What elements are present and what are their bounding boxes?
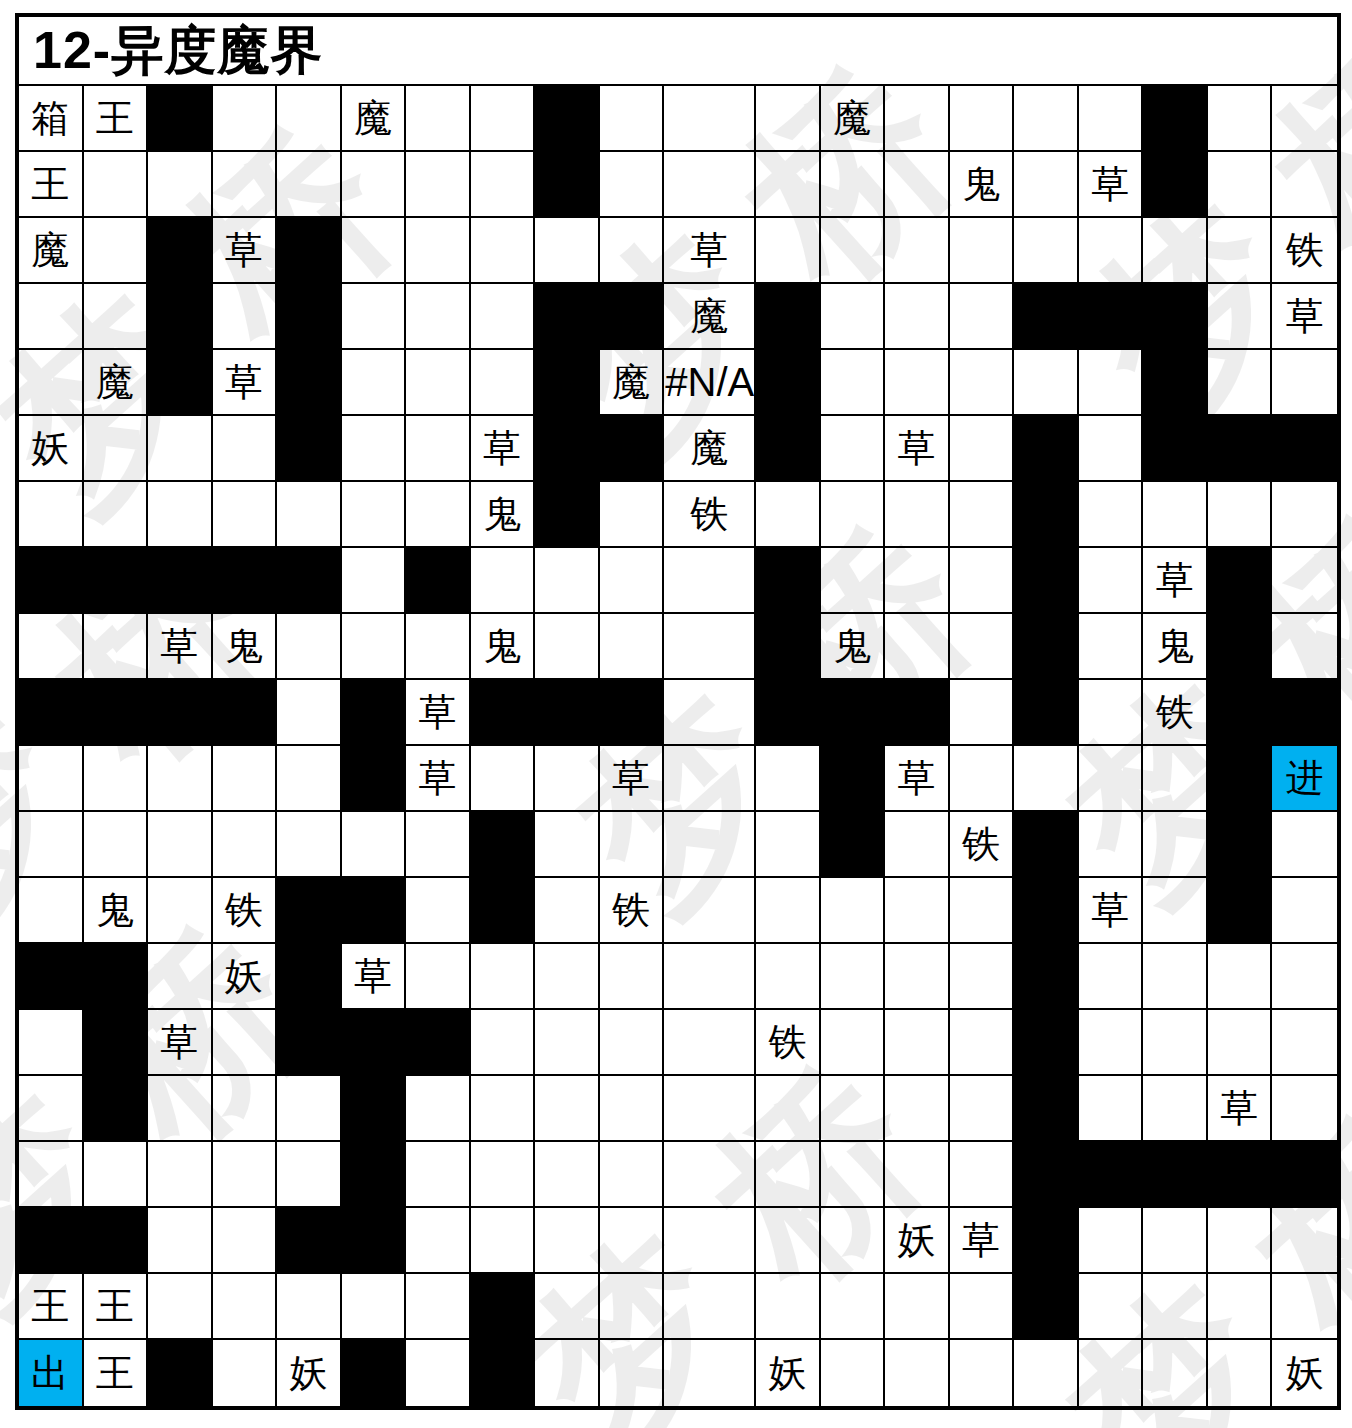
empty-cell <box>535 1010 600 1076</box>
wall-cell <box>277 1010 342 1076</box>
empty-cell <box>406 1076 471 1142</box>
wall-cell <box>342 1340 407 1406</box>
wall-cell <box>1014 548 1079 614</box>
empty-cell <box>664 1340 756 1406</box>
empty-cell <box>1143 944 1208 1010</box>
wall-cell <box>471 1274 536 1340</box>
wall-cell <box>756 614 821 680</box>
wall-cell <box>1208 416 1273 482</box>
label-cell: 铁 <box>756 1010 821 1076</box>
wall-cell <box>1208 614 1273 680</box>
empty-cell <box>821 1340 886 1406</box>
empty-cell <box>664 944 756 1010</box>
label-cell: 王 <box>84 1340 149 1406</box>
wall-cell <box>148 1340 213 1406</box>
empty-cell <box>600 482 665 548</box>
empty-cell <box>600 944 665 1010</box>
empty-cell <box>213 1208 278 1274</box>
empty-cell <box>406 284 471 350</box>
empty-cell <box>885 878 950 944</box>
entrance-cell: 进 <box>1272 746 1337 812</box>
empty-cell <box>885 1010 950 1076</box>
wall-cell <box>277 1208 342 1274</box>
empty-cell <box>471 218 536 284</box>
label-cell: 草 <box>600 746 665 812</box>
empty-cell <box>1208 152 1273 218</box>
label-cell: 草 <box>1143 548 1208 614</box>
empty-cell <box>950 944 1015 1010</box>
empty-cell <box>821 482 886 548</box>
label-cell: 王 <box>19 1274 84 1340</box>
wall-cell <box>19 680 84 746</box>
label-cell: 草 <box>213 218 278 284</box>
empty-cell <box>148 1076 213 1142</box>
empty-cell <box>19 1076 84 1142</box>
empty-cell <box>950 614 1015 680</box>
wall-cell <box>1143 350 1208 416</box>
empty-cell <box>600 1340 665 1406</box>
wall-cell <box>342 1010 407 1076</box>
empty-cell <box>19 614 84 680</box>
wall-cell <box>600 680 665 746</box>
empty-cell <box>1079 1076 1144 1142</box>
empty-cell <box>885 482 950 548</box>
empty-cell <box>19 284 84 350</box>
wall-cell <box>84 1010 149 1076</box>
empty-cell <box>821 1076 886 1142</box>
empty-cell <box>535 812 600 878</box>
empty-cell <box>213 1340 278 1406</box>
empty-cell <box>406 878 471 944</box>
empty-cell <box>1272 1208 1337 1274</box>
empty-cell <box>664 548 756 614</box>
empty-cell <box>213 416 278 482</box>
empty-cell <box>84 218 149 284</box>
label-cell: 草 <box>148 614 213 680</box>
empty-cell <box>1014 218 1079 284</box>
empty-cell <box>277 746 342 812</box>
wall-cell <box>1143 284 1208 350</box>
label-cell: 草 <box>213 350 278 416</box>
label-cell: 草 <box>950 1208 1015 1274</box>
empty-cell <box>885 218 950 284</box>
empty-cell <box>950 1076 1015 1142</box>
empty-cell <box>664 812 756 878</box>
empty-cell <box>1143 878 1208 944</box>
empty-cell <box>406 86 471 152</box>
empty-cell <box>885 350 950 416</box>
empty-cell <box>664 614 756 680</box>
wall-cell <box>535 86 600 152</box>
empty-cell <box>277 812 342 878</box>
label-cell: 箱 <box>19 86 84 152</box>
wall-cell <box>821 812 886 878</box>
empty-cell <box>406 812 471 878</box>
wall-cell <box>821 680 886 746</box>
empty-cell <box>535 1208 600 1274</box>
empty-cell <box>213 152 278 218</box>
wall-cell <box>1143 86 1208 152</box>
wall-cell <box>535 416 600 482</box>
label-cell: 铁 <box>1272 218 1337 284</box>
wall-cell <box>1014 944 1079 1010</box>
empty-cell <box>1272 1076 1337 1142</box>
empty-cell <box>535 746 600 812</box>
empty-cell <box>885 152 950 218</box>
wall-cell <box>756 350 821 416</box>
empty-cell <box>1143 812 1208 878</box>
level-grid: 箱王魔魔王鬼草魔草草铁魔草魔草魔#N/A妖草魔草鬼铁草草鬼鬼鬼鬼草铁草草草进铁鬼… <box>19 86 1337 1406</box>
wall-cell <box>84 1208 149 1274</box>
empty-cell <box>885 944 950 1010</box>
label-cell: 铁 <box>213 878 278 944</box>
label-cell: 妖 <box>885 1208 950 1274</box>
wall-cell <box>1143 1142 1208 1208</box>
empty-cell <box>535 1274 600 1340</box>
wall-cell <box>600 284 665 350</box>
empty-cell <box>600 812 665 878</box>
empty-cell <box>148 1208 213 1274</box>
wall-cell <box>19 944 84 1010</box>
empty-cell <box>471 746 536 812</box>
wall-cell <box>1014 1076 1079 1142</box>
wall-cell <box>148 218 213 284</box>
wall-cell <box>1272 1142 1337 1208</box>
wall-cell <box>277 416 342 482</box>
error-value-cell: #N/A <box>664 350 756 416</box>
empty-cell <box>1143 1010 1208 1076</box>
empty-cell <box>535 1076 600 1142</box>
empty-cell <box>277 614 342 680</box>
empty-cell <box>19 1010 84 1076</box>
wall-cell <box>600 416 665 482</box>
empty-cell <box>213 1010 278 1076</box>
empty-cell <box>1208 1010 1273 1076</box>
empty-cell <box>277 1274 342 1340</box>
empty-cell <box>213 746 278 812</box>
empty-cell <box>19 878 84 944</box>
empty-cell <box>664 680 756 746</box>
empty-cell <box>1272 482 1337 548</box>
empty-cell <box>821 1010 886 1076</box>
label-cell: 妖 <box>1272 1340 1337 1406</box>
label-cell: 草 <box>406 680 471 746</box>
empty-cell <box>277 1076 342 1142</box>
empty-cell <box>756 1076 821 1142</box>
wall-cell <box>1014 812 1079 878</box>
empty-cell <box>821 416 886 482</box>
empty-cell <box>342 416 407 482</box>
wall-cell <box>1143 152 1208 218</box>
wall-cell <box>342 1076 407 1142</box>
empty-cell <box>213 86 278 152</box>
label-cell: 魔 <box>821 86 886 152</box>
wall-cell <box>342 1142 407 1208</box>
empty-cell <box>84 416 149 482</box>
empty-cell <box>84 812 149 878</box>
wall-cell <box>1014 284 1079 350</box>
wall-cell <box>277 218 342 284</box>
empty-cell <box>1208 218 1273 284</box>
empty-cell <box>535 1142 600 1208</box>
empty-cell <box>535 878 600 944</box>
empty-cell <box>885 1076 950 1142</box>
wall-cell <box>1208 878 1273 944</box>
empty-cell <box>1272 548 1337 614</box>
empty-cell <box>406 350 471 416</box>
empty-cell <box>1014 746 1079 812</box>
empty-cell <box>1079 482 1144 548</box>
empty-cell <box>756 482 821 548</box>
wall-cell <box>1014 878 1079 944</box>
empty-cell <box>600 1076 665 1142</box>
wall-cell <box>756 284 821 350</box>
empty-cell <box>1272 944 1337 1010</box>
empty-cell <box>756 1274 821 1340</box>
empty-cell <box>950 1010 1015 1076</box>
empty-cell <box>213 482 278 548</box>
empty-cell <box>664 1010 756 1076</box>
empty-cell <box>885 86 950 152</box>
empty-cell <box>821 218 886 284</box>
wall-cell <box>1014 1274 1079 1340</box>
wall-cell <box>84 944 149 1010</box>
label-cell: 鬼 <box>821 614 886 680</box>
empty-cell <box>1143 482 1208 548</box>
empty-cell <box>821 548 886 614</box>
screenshot-stage: 12-异度魔界 箱王魔魔王鬼草魔草草铁魔草魔草魔#N/A妖草魔草鬼铁草草鬼鬼鬼鬼… <box>0 0 1352 1428</box>
label-cell: 草 <box>1272 284 1337 350</box>
label-cell: 魔 <box>342 86 407 152</box>
empty-cell <box>471 944 536 1010</box>
empty-cell <box>1143 1208 1208 1274</box>
empty-cell <box>1079 1274 1144 1340</box>
empty-cell <box>1143 1340 1208 1406</box>
wall-cell <box>1208 1142 1273 1208</box>
empty-cell <box>535 218 600 284</box>
empty-cell <box>950 86 1015 152</box>
empty-cell <box>471 1208 536 1274</box>
empty-cell <box>471 548 536 614</box>
empty-cell <box>664 1142 756 1208</box>
label-cell: 草 <box>1079 878 1144 944</box>
empty-cell <box>1014 86 1079 152</box>
label-cell: 铁 <box>950 812 1015 878</box>
label-cell: 铁 <box>1143 680 1208 746</box>
empty-cell <box>535 1340 600 1406</box>
empty-cell <box>1272 1010 1337 1076</box>
wall-cell <box>1014 482 1079 548</box>
empty-cell <box>213 812 278 878</box>
empty-cell <box>342 218 407 284</box>
empty-cell <box>950 1340 1015 1406</box>
empty-cell <box>950 218 1015 284</box>
empty-cell <box>664 1208 756 1274</box>
wall-cell <box>342 680 407 746</box>
empty-cell <box>213 1076 278 1142</box>
empty-cell <box>19 1142 84 1208</box>
label-cell: 草 <box>342 944 407 1010</box>
empty-cell <box>406 218 471 284</box>
empty-cell <box>885 1274 950 1340</box>
empty-cell <box>342 548 407 614</box>
wall-cell <box>535 152 600 218</box>
wall-cell <box>535 482 600 548</box>
empty-cell <box>19 482 84 548</box>
empty-cell <box>406 1340 471 1406</box>
empty-cell <box>821 878 886 944</box>
empty-cell <box>406 614 471 680</box>
wall-cell <box>277 350 342 416</box>
wall-cell <box>277 284 342 350</box>
empty-cell <box>950 350 1015 416</box>
empty-cell <box>1208 1208 1273 1274</box>
wall-cell <box>19 1208 84 1274</box>
empty-cell <box>1272 1274 1337 1340</box>
label-cell: 魔 <box>664 284 756 350</box>
empty-cell <box>600 1010 665 1076</box>
empty-cell <box>406 944 471 1010</box>
wall-cell <box>471 812 536 878</box>
empty-cell <box>756 152 821 218</box>
empty-cell <box>342 152 407 218</box>
label-cell: 草 <box>148 1010 213 1076</box>
wall-cell <box>1272 680 1337 746</box>
empty-cell <box>1079 548 1144 614</box>
empty-cell <box>406 1208 471 1274</box>
label-cell: 鬼 <box>84 878 149 944</box>
empty-cell <box>1208 86 1273 152</box>
empty-cell <box>471 1010 536 1076</box>
wall-cell <box>277 944 342 1010</box>
wall-cell <box>1208 812 1273 878</box>
label-cell: 妖 <box>277 1340 342 1406</box>
empty-cell <box>885 284 950 350</box>
empty-cell <box>471 284 536 350</box>
empty-cell <box>950 416 1015 482</box>
empty-cell <box>342 284 407 350</box>
label-cell: 草 <box>471 416 536 482</box>
empty-cell <box>1143 218 1208 284</box>
empty-cell <box>1014 1340 1079 1406</box>
empty-cell <box>664 1274 756 1340</box>
empty-cell <box>148 482 213 548</box>
wall-cell <box>471 1340 536 1406</box>
wall-cell <box>1272 416 1337 482</box>
label-cell: 铁 <box>600 878 665 944</box>
wall-cell <box>1208 746 1273 812</box>
label-cell: 魔 <box>84 350 149 416</box>
label-cell: 铁 <box>664 482 756 548</box>
empty-cell <box>664 152 756 218</box>
label-cell: 鬼 <box>471 614 536 680</box>
wall-cell <box>1143 416 1208 482</box>
empty-cell <box>535 944 600 1010</box>
level-map-board: 12-异度魔界 箱王魔魔王鬼草魔草草铁魔草魔草魔#N/A妖草魔草鬼铁草草鬼鬼鬼鬼… <box>15 13 1341 1410</box>
label-cell: 草 <box>1208 1076 1273 1142</box>
empty-cell <box>1079 1340 1144 1406</box>
empty-cell <box>821 1208 886 1274</box>
empty-cell <box>1272 614 1337 680</box>
empty-cell <box>84 284 149 350</box>
empty-cell <box>1014 350 1079 416</box>
empty-cell <box>277 680 342 746</box>
label-cell: 魔 <box>600 350 665 416</box>
wall-cell <box>1014 614 1079 680</box>
wall-cell <box>148 680 213 746</box>
empty-cell <box>950 878 1015 944</box>
empty-cell <box>148 1142 213 1208</box>
empty-cell <box>950 284 1015 350</box>
empty-cell <box>148 416 213 482</box>
empty-cell <box>885 1142 950 1208</box>
empty-cell <box>84 152 149 218</box>
empty-cell <box>148 1274 213 1340</box>
empty-cell <box>342 482 407 548</box>
empty-cell <box>821 284 886 350</box>
empty-cell <box>406 416 471 482</box>
empty-cell <box>84 482 149 548</box>
empty-cell <box>821 152 886 218</box>
empty-cell <box>664 746 756 812</box>
empty-cell <box>600 1142 665 1208</box>
empty-cell <box>1079 680 1144 746</box>
label-cell: 妖 <box>756 1340 821 1406</box>
label-cell: 鬼 <box>1143 614 1208 680</box>
empty-cell <box>950 482 1015 548</box>
wall-cell <box>84 1076 149 1142</box>
empty-cell <box>821 1142 886 1208</box>
label-cell: 草 <box>1079 152 1144 218</box>
wall-cell <box>471 878 536 944</box>
wall-cell <box>1014 1208 1079 1274</box>
empty-cell <box>1079 746 1144 812</box>
wall-cell <box>1014 416 1079 482</box>
empty-cell <box>1208 944 1273 1010</box>
empty-cell <box>1079 1208 1144 1274</box>
empty-cell <box>600 218 665 284</box>
label-cell: 草 <box>664 218 756 284</box>
empty-cell <box>1079 812 1144 878</box>
label-cell: 妖 <box>213 944 278 1010</box>
empty-cell <box>821 1274 886 1340</box>
empty-cell <box>1208 350 1273 416</box>
empty-cell <box>950 746 1015 812</box>
wall-cell <box>756 416 821 482</box>
wall-cell <box>1014 1142 1079 1208</box>
wall-cell <box>535 680 600 746</box>
wall-cell <box>342 1208 407 1274</box>
label-cell: 魔 <box>19 218 84 284</box>
empty-cell <box>885 548 950 614</box>
empty-cell <box>277 152 342 218</box>
empty-cell <box>19 812 84 878</box>
empty-cell <box>1272 86 1337 152</box>
empty-cell <box>19 746 84 812</box>
empty-cell <box>1143 746 1208 812</box>
empty-cell <box>600 86 665 152</box>
empty-cell <box>600 548 665 614</box>
wall-cell <box>1079 284 1144 350</box>
empty-cell <box>756 1142 821 1208</box>
empty-cell <box>885 1340 950 1406</box>
wall-cell <box>1014 680 1079 746</box>
empty-cell <box>277 86 342 152</box>
empty-cell <box>600 152 665 218</box>
exit-cell: 出 <box>19 1340 84 1406</box>
empty-cell <box>406 482 471 548</box>
empty-cell <box>600 1208 665 1274</box>
